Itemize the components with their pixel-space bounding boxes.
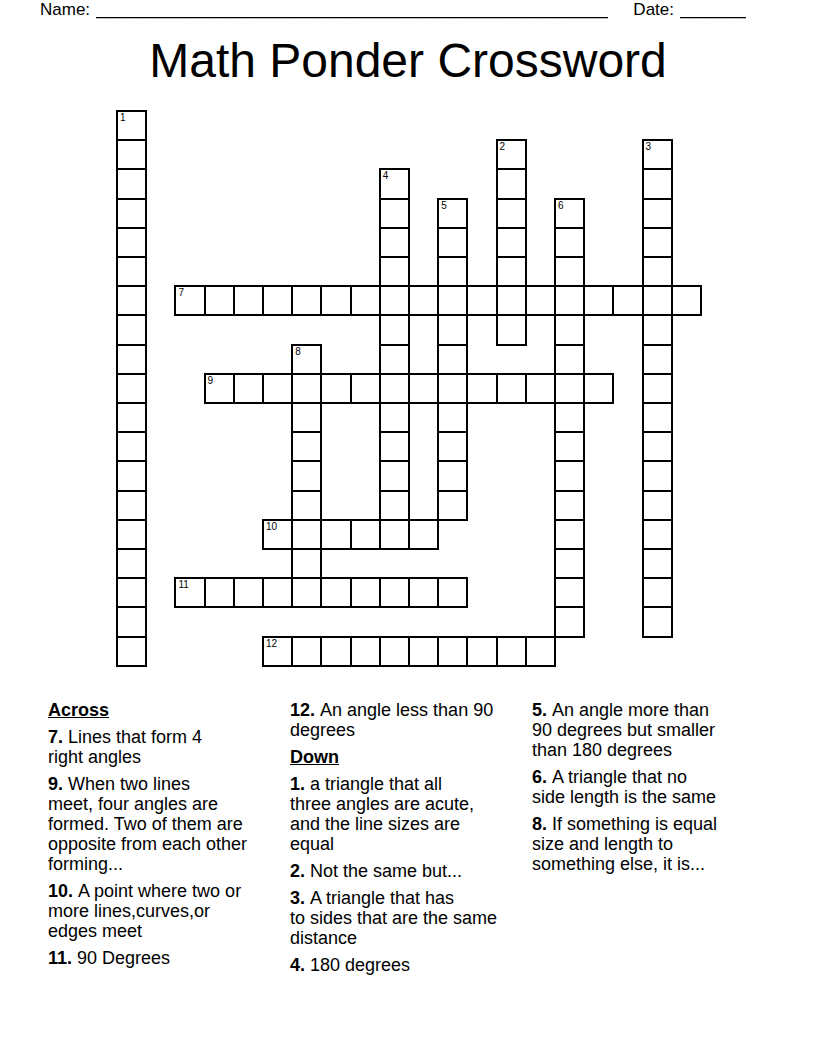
grid-cell-r5-c0[interactable]	[116, 256, 147, 287]
grid-cell-r6-c2[interactable]: 7	[174, 285, 205, 316]
grid-cell-r18-c5[interactable]: 12	[262, 636, 293, 667]
clue-text: 180 degrees	[310, 955, 410, 975]
clue-number: 10.	[48, 881, 73, 901]
cell-number-11: 11	[178, 579, 188, 590]
grid-cell-r6-c12[interactable]	[466, 285, 497, 316]
grid-cell-r6-c5[interactable]	[262, 285, 293, 316]
grid-cell-r5-c9[interactable]	[379, 256, 410, 287]
clue-number: 1.	[290, 774, 305, 794]
grid-cell-r9-c14[interactable]	[525, 373, 556, 404]
grid-cell-r9-c0[interactable]	[116, 373, 147, 404]
grid-cell-r5-c11[interactable]	[437, 256, 468, 287]
grid-cell-r3-c13[interactable]	[496, 198, 527, 229]
grid-cell-r3-c15[interactable]: 6	[554, 198, 585, 229]
clue-number: 12.	[290, 700, 315, 720]
clue-number: 11.	[48, 948, 72, 968]
grid-cell-r1-c0[interactable]	[116, 139, 147, 170]
grid-cell-r6-c14[interactable]	[525, 285, 556, 316]
grid-cell-r7-c18[interactable]	[642, 314, 673, 345]
grid-cell-r16-c8[interactable]	[350, 577, 381, 608]
grid-cell-r12-c11[interactable]	[437, 460, 468, 491]
grid-cell-r16-c15[interactable]	[554, 577, 585, 608]
clue-number: 3.	[290, 888, 305, 908]
grid-cell-r5-c15[interactable]	[554, 256, 585, 287]
grid-cell-r16-c2[interactable]: 11	[174, 577, 205, 608]
clue-text: Lines that form 4 right angles	[48, 727, 202, 767]
grid-cell-r4-c0[interactable]	[116, 227, 147, 258]
grid-cell-r13-c6[interactable]	[291, 490, 322, 521]
grid-cell-r14-c5[interactable]: 10	[262, 519, 293, 550]
clue-text: A point where two or more lines,curves,o…	[48, 881, 241, 941]
grid-cell-r7-c11[interactable]	[437, 314, 468, 345]
clue-down-3: 3.A triangle that has to sides that are …	[290, 888, 532, 948]
grid-cell-r11-c9[interactable]	[379, 431, 410, 462]
grid-cell-r6-c13[interactable]	[496, 285, 527, 316]
grid-cell-r13-c9[interactable]	[379, 490, 410, 521]
grid-cell-r4-c11[interactable]	[437, 227, 468, 258]
grid-cell-r14-c10[interactable]	[408, 519, 439, 550]
grid-cell-r8-c9[interactable]	[379, 344, 410, 375]
grid-cell-r1-c13[interactable]: 2	[496, 139, 527, 170]
clue-across-12: 12.An angle less than 90 degrees	[290, 700, 532, 740]
grid-cell-r2-c13[interactable]	[496, 168, 527, 199]
clues-column-2: 12.An angle less than 90 degreesDown1.a …	[290, 700, 532, 982]
grid-cell-r5-c13[interactable]	[496, 256, 527, 287]
date-input-line[interactable]: _________	[680, 0, 746, 19]
grid-cell-r16-c4[interactable]	[233, 577, 264, 608]
grid-cell-r11-c18[interactable]	[642, 431, 673, 462]
clues-column-1: Across7.Lines that form 4 right angles9.…	[48, 700, 290, 982]
clue-text: When two lines meet, four angles are for…	[48, 774, 247, 874]
clue-number: 4.	[290, 955, 305, 975]
name-label: Name:	[40, 0, 90, 19]
cell-number-1: 1	[120, 112, 126, 123]
grid-cell-r10-c9[interactable]	[379, 402, 410, 433]
cell-number-2: 2	[500, 141, 506, 152]
clue-text: Not the same but...	[310, 861, 462, 881]
grid-cell-r5-c18[interactable]	[642, 256, 673, 287]
grid-cell-r17-c0[interactable]	[116, 606, 147, 637]
worksheet-page: Name: __________________________________…	[0, 0, 816, 1056]
grid-cell-r12-c9[interactable]	[379, 460, 410, 491]
date-label: Date:	[633, 0, 674, 19]
clue-number: 8.	[532, 814, 547, 834]
cell-number-7: 7	[178, 287, 184, 298]
grid-cell-r9-c8[interactable]	[350, 373, 381, 404]
grid-cell-r7-c15[interactable]	[554, 314, 585, 345]
grid-cell-r13-c0[interactable]	[116, 490, 147, 521]
grid-cell-r11-c6[interactable]	[291, 431, 322, 462]
grid-cell-r9-c7[interactable]	[320, 373, 351, 404]
grid-cell-r3-c9[interactable]	[379, 198, 410, 229]
clue-number: 2.	[290, 861, 305, 881]
grid-cell-r16-c10[interactable]	[408, 577, 439, 608]
grid-cell-r16-c18[interactable]	[642, 577, 673, 608]
grid-cell-r4-c15[interactable]	[554, 227, 585, 258]
grid-cell-r8-c11[interactable]	[437, 344, 468, 375]
grid-cell-r9-c5[interactable]	[262, 373, 293, 404]
grid-cell-r18-c13[interactable]	[496, 636, 527, 667]
grid-cell-r6-c9[interactable]	[379, 285, 410, 316]
clue-text: 90 Degrees	[77, 948, 170, 968]
grid-cell-r4-c18[interactable]	[642, 227, 673, 258]
clue-number: 5.	[532, 700, 547, 720]
clue-across-7: 7.Lines that form 4 right angles	[48, 727, 290, 767]
grid-cell-r4-c13[interactable]	[496, 227, 527, 258]
grid-cell-r7-c0[interactable]	[116, 314, 147, 345]
cell-number-4: 4	[383, 170, 389, 181]
grid-cell-r12-c6[interactable]	[291, 460, 322, 491]
grid-cell-r12-c18[interactable]	[642, 460, 673, 491]
grid-cell-r18-c7[interactable]	[320, 636, 351, 667]
cell-number-12: 12	[266, 638, 277, 649]
clues-section: Across7.Lines that form 4 right angles9.…	[48, 700, 792, 982]
grid-cell-r15-c18[interactable]	[642, 548, 673, 579]
grid-cell-r16-c11[interactable]	[437, 577, 468, 608]
grid-cell-r18-c10[interactable]	[408, 636, 439, 667]
grid-cell-r2-c0[interactable]	[116, 168, 147, 199]
grid-cell-r6-c18[interactable]	[642, 285, 673, 316]
grid-cell-r9-c13[interactable]	[496, 373, 527, 404]
grid-cell-r14-c7[interactable]	[320, 519, 351, 550]
grid-cell-r9-c6[interactable]	[291, 373, 322, 404]
grid-cell-r11-c0[interactable]	[116, 431, 147, 462]
cell-number-8: 8	[295, 346, 301, 357]
grid-cell-r1-c18[interactable]: 3	[642, 139, 673, 170]
grid-cell-r6-c19[interactable]	[671, 285, 702, 316]
grid-cell-r18-c14[interactable]	[525, 636, 556, 667]
grid-cell-r18-c12[interactable]	[466, 636, 497, 667]
clue-text: If something is equal size and length to…	[532, 814, 717, 874]
grid-cell-r8-c15[interactable]	[554, 344, 585, 375]
crossword-grid: 123456789101112	[117, 111, 702, 667]
clue-number: 9.	[48, 774, 63, 794]
grid-cell-r6-c4[interactable]	[233, 285, 264, 316]
grid-cell-r8-c0[interactable]	[116, 344, 147, 375]
cell-number-9: 9	[208, 375, 214, 386]
grid-cell-r18-c11[interactable]	[437, 636, 468, 667]
grid-cell-r6-c17[interactable]	[612, 285, 643, 316]
grid-cell-r15-c15[interactable]	[554, 548, 585, 579]
grid-cell-r14-c0[interactable]	[116, 519, 147, 550]
grid-cell-r10-c15[interactable]	[554, 402, 585, 433]
cell-number-6: 6	[558, 200, 564, 211]
clue-down-5: 5.An angle more than 90 degrees but smal…	[532, 700, 784, 760]
grid-cell-r16-c6[interactable]	[291, 577, 322, 608]
clue-across-10: 10.A point where two or more lines,curve…	[48, 881, 290, 941]
cell-number-3: 3	[646, 141, 652, 152]
down-heading: Down	[290, 747, 532, 767]
grid-cell-r10-c11[interactable]	[437, 402, 468, 433]
grid-cell-r9-c11[interactable]	[437, 373, 468, 404]
grid-cell-r13-c18[interactable]	[642, 490, 673, 521]
grid-cell-r9-c4[interactable]	[233, 373, 264, 404]
grid-cell-r8-c18[interactable]	[642, 344, 673, 375]
grid-cell-r9-c9[interactable]	[379, 373, 410, 404]
grid-cell-r13-c15[interactable]	[554, 490, 585, 521]
grid-cell-r6-c15[interactable]	[554, 285, 585, 316]
grid-cell-r6-c0[interactable]	[116, 285, 147, 316]
grid-cell-r3-c11[interactable]: 5	[437, 198, 468, 229]
grid-cell-r10-c0[interactable]	[116, 402, 147, 433]
grid-cell-r6-c6[interactable]	[291, 285, 322, 316]
clue-across-9: 9.When two lines meet, four angles are f…	[48, 774, 290, 874]
worksheet-header: Name: __________________________________…	[40, 0, 746, 19]
clue-down-1: 1.a triangle that all three angles are a…	[290, 774, 532, 854]
grid-cell-r7-c9[interactable]	[379, 314, 410, 345]
grid-cell-r17-c15[interactable]	[554, 606, 585, 637]
grid-cell-r6-c10[interactable]	[408, 285, 439, 316]
clue-down-4: 4.180 degrees	[290, 955, 532, 975]
grid-cell-r9-c15[interactable]	[554, 373, 585, 404]
cell-number-10: 10	[266, 521, 277, 532]
grid-cell-r11-c11[interactable]	[437, 431, 468, 462]
grid-cell-r0-c0[interactable]: 1	[116, 110, 147, 141]
grid-cell-r16-c5[interactable]	[262, 577, 293, 608]
clue-text: A triangle that no side length is the sa…	[532, 767, 716, 807]
grid-cell-r18-c0[interactable]	[116, 636, 147, 667]
grid-cell-r18-c8[interactable]	[350, 636, 381, 667]
clue-down-8: 8.If something is equal size and length …	[532, 814, 784, 874]
grid-cell-r9-c12[interactable]	[466, 373, 497, 404]
grid-cell-r14-c6[interactable]	[291, 519, 322, 550]
grid-cell-r7-c13[interactable]	[496, 314, 527, 345]
grid-cell-r9-c3[interactable]: 9	[204, 373, 235, 404]
grid-cell-r16-c0[interactable]	[116, 577, 147, 608]
grid-cell-r6-c16[interactable]	[583, 285, 614, 316]
grid-cell-r6-c11[interactable]	[437, 285, 468, 316]
clue-number: 7.	[48, 727, 63, 747]
grid-cell-r11-c15[interactable]	[554, 431, 585, 462]
grid-cell-r8-c6[interactable]: 8	[291, 344, 322, 375]
grid-cell-r13-c11[interactable]	[437, 490, 468, 521]
clue-text: An angle more than 90 degrees but smalle…	[532, 700, 715, 760]
grid-cell-r6-c3[interactable]	[204, 285, 235, 316]
grid-cell-r17-c18[interactable]	[642, 606, 673, 637]
grid-cell-r16-c7[interactable]	[320, 577, 351, 608]
grid-cell-r3-c0[interactable]	[116, 198, 147, 229]
grid-cell-r15-c6[interactable]	[291, 548, 322, 579]
clue-number: 6.	[532, 767, 547, 787]
grid-cell-r16-c3[interactable]	[204, 577, 235, 608]
grid-cell-r16-c9[interactable]	[379, 577, 410, 608]
grid-cell-r12-c15[interactable]	[554, 460, 585, 491]
clue-down-6: 6.A triangle that no side length is the …	[532, 767, 784, 807]
grid-cell-r15-c0[interactable]	[116, 548, 147, 579]
clue-across-11: 11.90 Degrees	[48, 948, 290, 968]
grid-cell-r10-c6[interactable]	[291, 402, 322, 433]
grid-cell-r14-c8[interactable]	[350, 519, 381, 550]
grid-cell-r18-c6[interactable]	[291, 636, 322, 667]
grid-cell-r10-c18[interactable]	[642, 402, 673, 433]
across-heading: Across	[48, 700, 290, 720]
clue-text: A triangle that has to sides that are th…	[290, 888, 497, 948]
grid-cell-r18-c9[interactable]	[379, 636, 410, 667]
cell-number-5: 5	[441, 200, 447, 211]
grid-cell-r14-c15[interactable]	[554, 519, 585, 550]
grid-cell-r9-c10[interactable]	[408, 373, 439, 404]
clue-down-2: 2.Not the same but...	[290, 861, 532, 881]
clues-column-3: 5.An angle more than 90 degrees but smal…	[532, 700, 784, 982]
grid-cell-r14-c18[interactable]	[642, 519, 673, 550]
grid-cell-r2-c18[interactable]	[642, 168, 673, 199]
puzzle-title: Math Ponder Crossword	[0, 33, 816, 89]
grid-cell-r9-c16[interactable]	[583, 373, 614, 404]
clue-text: a triangle that all three angles are acu…	[290, 774, 474, 854]
grid-cell-r12-c0[interactable]	[116, 460, 147, 491]
grid-cell-r14-c9[interactable]	[379, 519, 410, 550]
grid-cell-r2-c9[interactable]: 4	[379, 168, 410, 199]
grid-cell-r4-c9[interactable]	[379, 227, 410, 258]
grid-cell-r6-c8[interactable]	[350, 285, 381, 316]
grid-cell-r3-c18[interactable]	[642, 198, 673, 229]
grid-cell-r6-c7[interactable]	[320, 285, 351, 316]
clue-text: An angle less than 90 degrees	[290, 700, 493, 740]
name-input-line[interactable]: ________________________________________…	[96, 0, 608, 19]
grid-cell-r9-c18[interactable]	[642, 373, 673, 404]
